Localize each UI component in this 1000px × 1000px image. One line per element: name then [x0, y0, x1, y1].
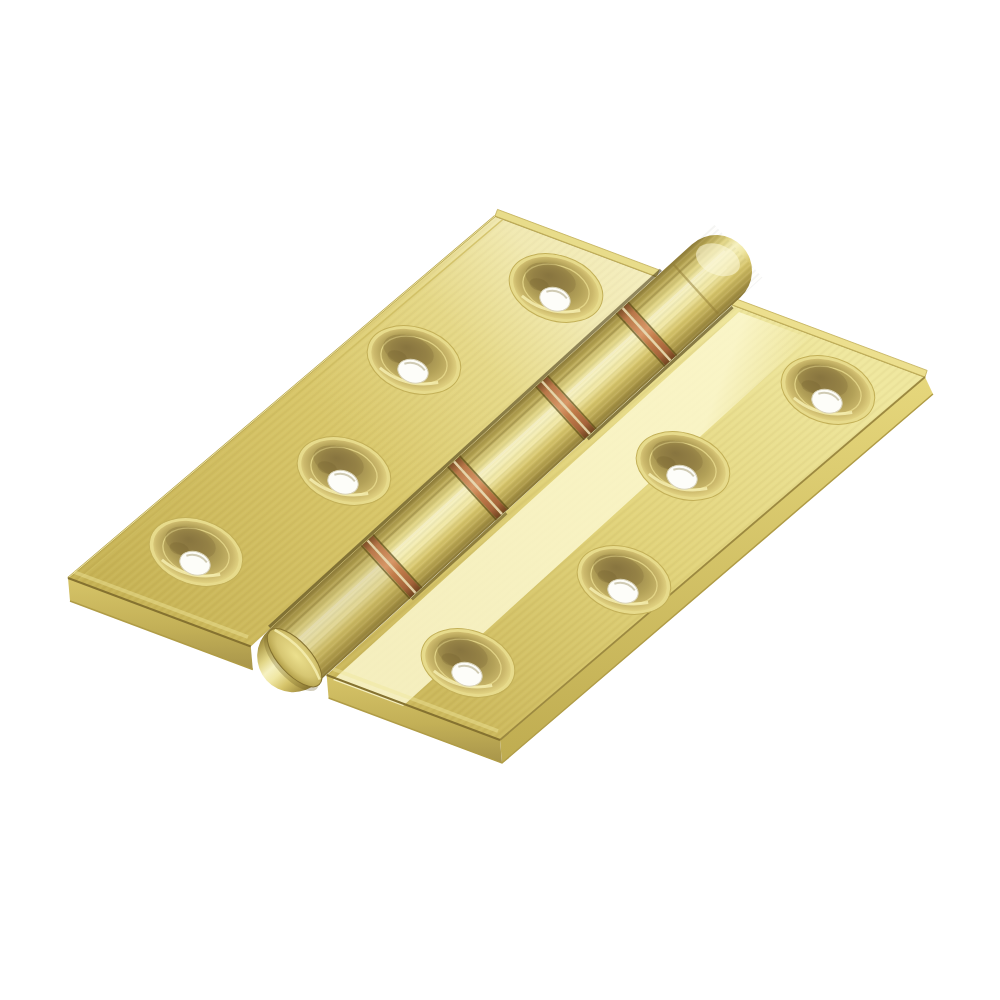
product-image [0, 0, 1000, 1000]
page-background [0, 0, 1000, 1000]
hinge-photo [0, 0, 1000, 1000]
